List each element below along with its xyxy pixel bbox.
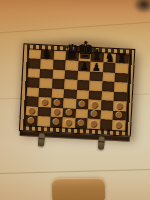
square-b1 — [37, 116, 50, 126]
black-pawn: ♟ — [92, 61, 101, 72]
square-e7: ♟ — [78, 61, 91, 71]
square-g8: ♞ — [103, 53, 116, 63]
board-hinge-left — [38, 133, 45, 146]
black-knight: ♞ — [104, 50, 115, 64]
white-rook: ● — [28, 116, 35, 124]
photo-scene: ♞♛♚♝♞♜♟♟●●●●●●●●●●●●●●●● — [0, 0, 150, 200]
white-queen: ● — [65, 118, 72, 126]
white-pawn: ● — [91, 101, 98, 109]
square-h8: ♜ — [116, 53, 129, 63]
stool-corner — [52, 178, 105, 200]
white-pawn: ● — [90, 110, 97, 118]
floor-plank-seam — [0, 21, 150, 34]
white-pawn: ● — [53, 99, 60, 107]
square-c1: ● — [50, 117, 63, 127]
black-pawn: ♟ — [80, 61, 89, 72]
white-pawn: ● — [78, 100, 85, 108]
chess-board: ♞♛♚♝♞♜♟♟●●●●●●●●●●●●●●●● — [19, 43, 136, 141]
square-a1: ● — [25, 115, 38, 125]
square-h1: ● — [112, 120, 125, 130]
white-king: ● — [77, 119, 84, 127]
board-hinge-right — [98, 136, 105, 149]
white-pawn: ● — [116, 102, 123, 110]
white-pawn: ● — [53, 108, 60, 116]
square-b8: ♞ — [41, 50, 54, 60]
square-d1: ● — [62, 117, 75, 127]
board-frame: ♞♛♚♝♞♜♟♟●●●●●●●●●●●●●●●● — [19, 43, 135, 137]
floor-plank-seam — [0, 169, 150, 174]
white-pawn: ● — [28, 107, 35, 115]
square-f1: ● — [87, 119, 100, 129]
square-g1 — [100, 119, 113, 129]
white-pawn: ● — [41, 98, 48, 106]
white-bishop: ● — [90, 119, 97, 127]
white-pawn: ● — [115, 111, 122, 119]
white-rook: ● — [115, 121, 122, 129]
white-bishop: ● — [52, 118, 59, 126]
white-pawn: ● — [65, 109, 72, 117]
square-e3: ● — [76, 99, 89, 109]
squares-grid: ♞♛♚♝♞♜♟♟●●●●●●●●●●●●●●●● — [25, 49, 130, 130]
black-rook: ♜ — [117, 52, 127, 64]
square-b3: ● — [38, 97, 51, 107]
square-e1: ● — [75, 118, 88, 128]
corner-shadow — [129, 0, 150, 17]
black-knight: ♞ — [42, 47, 53, 61]
